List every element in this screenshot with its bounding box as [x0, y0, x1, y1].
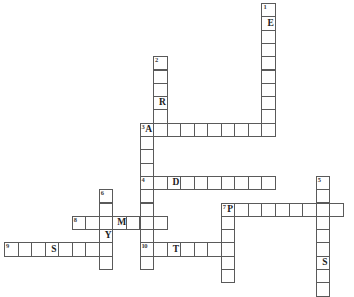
cell-r0-c19[interactable]: 1: [261, 3, 276, 17]
cell-letter: R: [154, 97, 169, 109]
cell-r15-c24[interactable]: [329, 203, 344, 217]
cell-r15-c18[interactable]: [248, 203, 263, 217]
cell-r16-c7[interactable]: [99, 216, 114, 230]
cell-r18-c23[interactable]: [316, 242, 331, 256]
cell-r16-c9[interactable]: [126, 216, 141, 230]
cell-r9-c19[interactable]: [261, 123, 276, 137]
clue-number: 7: [223, 203, 226, 210]
cell-r13-c23[interactable]: 5: [316, 176, 331, 190]
cell-r13-c11[interactable]: [153, 176, 168, 190]
cell-r9-c11[interactable]: [153, 123, 168, 137]
cell-r17-c7[interactable]: Y: [99, 229, 114, 243]
cell-r19-c10[interactable]: [140, 256, 155, 270]
cell-r18-c0[interactable]: 9: [4, 242, 19, 256]
cell-letter: S: [317, 257, 332, 269]
cell-r15-c10[interactable]: [140, 203, 155, 217]
cell-r4-c11[interactable]: 2: [153, 56, 168, 70]
cell-r17-c16[interactable]: [221, 229, 236, 243]
cell-r18-c15[interactable]: [207, 242, 222, 256]
cell-r15-c20[interactable]: [275, 203, 290, 217]
cell-r9-c14[interactable]: [194, 123, 209, 137]
cell-r19-c7[interactable]: [99, 256, 114, 270]
cell-r14-c10[interactable]: [140, 189, 155, 203]
cell-r13-c19[interactable]: [261, 176, 276, 190]
cell-r16-c5[interactable]: 8: [72, 216, 87, 230]
cell-r3-c19[interactable]: [261, 43, 276, 57]
cell-r18-c7[interactable]: [99, 242, 114, 256]
cell-r18-c12[interactable]: T: [167, 242, 182, 256]
cell-r16-c11[interactable]: [153, 216, 168, 230]
cell-r18-c13[interactable]: [180, 242, 195, 256]
cell-r19-c16[interactable]: [221, 256, 236, 270]
cell-r8-c11[interactable]: [153, 109, 168, 123]
cell-r9-c12[interactable]: [167, 123, 182, 137]
cell-r13-c15[interactable]: [207, 176, 222, 190]
cell-r18-c11[interactable]: [153, 242, 168, 256]
clue-number: 8: [74, 216, 77, 223]
cell-r20-c16[interactable]: [221, 269, 236, 283]
cell-r10-c10[interactable]: [140, 136, 155, 150]
cell-r21-c23[interactable]: [316, 282, 331, 296]
cell-r13-c14[interactable]: [194, 176, 209, 190]
cell-r13-c13[interactable]: [180, 176, 195, 190]
clue-number: 3: [142, 123, 145, 130]
cell-r18-c14[interactable]: [194, 242, 209, 256]
cell-r18-c6[interactable]: [85, 242, 100, 256]
cell-r18-c1[interactable]: [18, 242, 33, 256]
cell-r17-c10[interactable]: [140, 229, 155, 243]
cell-r15-c16[interactable]: P7: [221, 203, 236, 217]
crossword-board: 1E2RA34D56P78MY9S10TS: [0, 0, 354, 297]
cell-r15-c23[interactable]: [316, 203, 331, 217]
cell-r5-c11[interactable]: [153, 70, 168, 84]
cell-r15-c19[interactable]: [261, 203, 276, 217]
cell-r7-c19[interactable]: [261, 96, 276, 110]
cell-r9-c10[interactable]: A3: [140, 123, 155, 137]
cell-r13-c18[interactable]: [248, 176, 263, 190]
cell-r6-c11[interactable]: [153, 83, 168, 97]
cell-r14-c23[interactable]: [316, 189, 331, 203]
cell-r4-c19[interactable]: [261, 56, 276, 70]
cell-r15-c22[interactable]: [302, 203, 317, 217]
cell-letter: E: [262, 17, 277, 29]
cell-r15-c7[interactable]: [99, 203, 114, 217]
cell-r9-c17[interactable]: [234, 123, 249, 137]
cell-r18-c10[interactable]: 10: [140, 242, 155, 256]
cell-r18-c16[interactable]: [221, 242, 236, 256]
cell-r19-c23[interactable]: S: [316, 256, 331, 270]
clue-number: 6: [101, 189, 104, 196]
clue-number: 5: [318, 176, 321, 183]
cell-r9-c15[interactable]: [207, 123, 222, 137]
cell-r11-c10[interactable]: [140, 149, 155, 163]
cell-r16-c8[interactable]: M: [112, 216, 127, 230]
cell-r9-c13[interactable]: [180, 123, 195, 137]
cell-r7-c11[interactable]: R: [153, 96, 168, 110]
cell-r14-c7[interactable]: 6: [99, 189, 114, 203]
cell-r16-c23[interactable]: [316, 216, 331, 230]
cell-r15-c21[interactable]: [289, 203, 304, 217]
cell-r13-c12[interactable]: D: [167, 176, 182, 190]
cell-r9-c16[interactable]: [221, 123, 236, 137]
clue-number: 10: [142, 242, 148, 249]
cell-r17-c23[interactable]: [316, 229, 331, 243]
cell-r18-c2[interactable]: [31, 242, 46, 256]
cell-r20-c23[interactable]: [316, 269, 331, 283]
cell-r16-c6[interactable]: [85, 216, 100, 230]
clue-number: 9: [6, 242, 9, 249]
cell-r5-c19[interactable]: [261, 70, 276, 84]
cell-r18-c3[interactable]: S: [45, 242, 60, 256]
cell-r15-c17[interactable]: [234, 203, 249, 217]
cell-r16-c16[interactable]: [221, 216, 236, 230]
cell-r13-c17[interactable]: [234, 176, 249, 190]
cell-r1-c19[interactable]: E: [261, 16, 276, 30]
cell-r18-c5[interactable]: [72, 242, 87, 256]
cell-r18-c4[interactable]: [58, 242, 73, 256]
cell-r6-c19[interactable]: [261, 83, 276, 97]
cell-r13-c16[interactable]: [221, 176, 236, 190]
cell-r9-c18[interactable]: [248, 123, 263, 137]
cell-letter: Y: [100, 230, 115, 242]
clue-number: 1: [263, 3, 266, 10]
cell-r16-c10[interactable]: [140, 216, 155, 230]
cell-r13-c10[interactable]: 4: [140, 176, 155, 190]
clue-number: 2: [155, 56, 158, 63]
cell-r12-c10[interactable]: [140, 163, 155, 177]
cell-r8-c19[interactable]: [261, 109, 276, 123]
cell-r2-c19[interactable]: [261, 30, 276, 44]
clue-number: 4: [142, 176, 145, 183]
